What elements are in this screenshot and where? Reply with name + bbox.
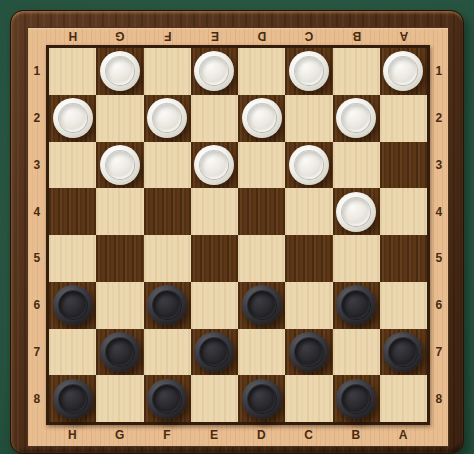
black-man-glyph: ⛂: [147, 379, 187, 419]
checker-black-d8[interactable]: ⛂: [242, 379, 282, 419]
square-e8[interactable]: [191, 375, 238, 422]
white-man-glyph: ⛀: [147, 98, 187, 138]
white-man-glyph: ⛀: [336, 192, 376, 232]
black-man-glyph: ⛂: [336, 379, 376, 419]
square-a6[interactable]: [380, 282, 427, 329]
square-c3[interactable]: ⛀: [285, 142, 332, 189]
square-e4[interactable]: [191, 188, 238, 235]
square-b2[interactable]: ⛀: [333, 95, 380, 142]
white-man-glyph: ⛀: [336, 98, 376, 138]
black-man-glyph: ⛂: [383, 332, 423, 372]
rank-label-left-8: 8: [28, 375, 46, 422]
square-c4[interactable]: [285, 188, 332, 235]
square-c6[interactable]: [285, 282, 332, 329]
white-man-glyph: ⛀: [383, 51, 423, 91]
file-label-top-a: A: [380, 28, 427, 45]
square-h8[interactable]: ⛂: [49, 375, 96, 422]
rank-label-left-7: 7: [28, 329, 46, 376]
white-man-glyph: ⛀: [100, 51, 140, 91]
square-a4[interactable]: [380, 188, 427, 235]
black-man-glyph: ⛂: [289, 332, 329, 372]
square-h5[interactable]: [49, 235, 96, 282]
rank-label-left-3: 3: [28, 142, 46, 189]
file-labels-top: HGFEDCBA: [49, 28, 427, 45]
square-h2[interactable]: ⛀: [49, 95, 96, 142]
square-d2[interactable]: ⛀: [238, 95, 285, 142]
white-man-glyph: ⛀: [289, 51, 329, 91]
black-man-glyph: ⛂: [336, 285, 376, 325]
checker-white-b2[interactable]: ⛀: [336, 98, 376, 138]
square-d4[interactable]: [238, 188, 285, 235]
checker-black-a7[interactable]: ⛂: [383, 332, 423, 372]
square-a3[interactable]: [380, 142, 427, 189]
square-f2[interactable]: ⛀: [144, 95, 191, 142]
black-man-glyph: ⛂: [194, 332, 234, 372]
square-c5[interactable]: [285, 235, 332, 282]
white-man-glyph: ⛀: [194, 145, 234, 185]
square-e6[interactable]: [191, 282, 238, 329]
file-label-top-f: F: [144, 28, 191, 45]
file-label-top-e: E: [191, 28, 238, 45]
square-d6[interactable]: ⛂: [238, 282, 285, 329]
square-g6[interactable]: [96, 282, 143, 329]
square-f6[interactable]: ⛂: [144, 282, 191, 329]
file-label-bottom-b: B: [333, 425, 380, 445]
checker-white-b4[interactable]: ⛀: [336, 192, 376, 232]
checker-black-b8[interactable]: ⛂: [336, 379, 376, 419]
black-man-glyph: ⛂: [147, 285, 187, 325]
black-man-glyph: ⛂: [242, 285, 282, 325]
square-h3[interactable]: [49, 142, 96, 189]
coordinate-band: HGFEDCBA 12345678 12345678 HGFEDCBA ⛀⛀⛀⛀…: [27, 27, 449, 447]
square-g1[interactable]: ⛀: [96, 48, 143, 95]
square-f3[interactable]: [144, 142, 191, 189]
square-e7[interactable]: ⛂: [191, 329, 238, 376]
rank-label-left-5: 5: [28, 235, 46, 282]
rank-label-right-2: 2: [430, 95, 448, 142]
square-a7[interactable]: ⛂: [380, 329, 427, 376]
white-man-glyph: ⛀: [100, 145, 140, 185]
checker-black-c7[interactable]: ⛂: [289, 332, 329, 372]
checker-white-c1[interactable]: ⛀: [289, 51, 329, 91]
white-man-glyph: ⛀: [53, 98, 93, 138]
square-f7[interactable]: [144, 329, 191, 376]
square-a5[interactable]: [380, 235, 427, 282]
checker-white-f2[interactable]: ⛀: [147, 98, 187, 138]
checker-black-h6[interactable]: ⛂: [53, 285, 93, 325]
checker-black-f6[interactable]: ⛂: [147, 285, 187, 325]
square-h7[interactable]: [49, 329, 96, 376]
checker-white-e3[interactable]: ⛀: [194, 145, 234, 185]
file-labels-bottom: HGFEDCBA: [49, 425, 427, 445]
black-man-glyph: ⛂: [100, 332, 140, 372]
square-b3[interactable]: [333, 142, 380, 189]
square-g4[interactable]: [96, 188, 143, 235]
white-man-glyph: ⛀: [289, 145, 329, 185]
square-b6[interactable]: ⛂: [333, 282, 380, 329]
rank-labels-left: 12345678: [28, 48, 46, 422]
checker-white-g3[interactable]: ⛀: [100, 145, 140, 185]
square-h1[interactable]: [49, 48, 96, 95]
checker-black-b6[interactable]: ⛂: [336, 285, 376, 325]
square-e3[interactable]: ⛀: [191, 142, 238, 189]
rank-label-left-6: 6: [28, 282, 46, 329]
square-f8[interactable]: ⛂: [144, 375, 191, 422]
square-c8[interactable]: [285, 375, 332, 422]
square-a8[interactable]: [380, 375, 427, 422]
file-label-bottom-a: A: [380, 425, 427, 445]
square-e1[interactable]: ⛀: [191, 48, 238, 95]
rank-label-left-4: 4: [28, 188, 46, 235]
file-label-bottom-g: G: [96, 425, 143, 445]
rank-label-right-4: 4: [430, 188, 448, 235]
white-man-glyph: ⛀: [242, 98, 282, 138]
file-label-top-h: H: [49, 28, 96, 45]
file-label-top-b: B: [333, 28, 380, 45]
file-label-top-g: G: [96, 28, 143, 45]
checker-black-f8[interactable]: ⛂: [147, 379, 187, 419]
checker-black-d6[interactable]: ⛂: [242, 285, 282, 325]
square-b5[interactable]: [333, 235, 380, 282]
square-f1[interactable]: [144, 48, 191, 95]
square-h4[interactable]: [49, 188, 96, 235]
square-d3[interactable]: [238, 142, 285, 189]
square-a2[interactable]: [380, 95, 427, 142]
white-man-glyph: ⛀: [194, 51, 234, 91]
checker-black-h8[interactable]: ⛂: [53, 379, 93, 419]
square-e2[interactable]: [191, 95, 238, 142]
rank-label-left-1: 1: [28, 48, 46, 95]
file-label-bottom-d: D: [238, 425, 285, 445]
checker-white-h2[interactable]: ⛀: [53, 98, 93, 138]
square-e5[interactable]: [191, 235, 238, 282]
square-c2[interactable]: [285, 95, 332, 142]
square-d5[interactable]: [238, 235, 285, 282]
rank-label-right-8: 8: [430, 375, 448, 422]
square-d7[interactable]: [238, 329, 285, 376]
board-frame: HGFEDCBA 12345678 12345678 HGFEDCBA ⛀⛀⛀⛀…: [10, 10, 464, 454]
square-a1[interactable]: ⛀: [380, 48, 427, 95]
square-g7[interactable]: ⛂: [96, 329, 143, 376]
rank-label-right-6: 6: [430, 282, 448, 329]
checker-white-a1[interactable]: ⛀: [383, 51, 423, 91]
rank-label-right-5: 5: [430, 235, 448, 282]
black-man-glyph: ⛂: [53, 285, 93, 325]
file-label-bottom-f: F: [144, 425, 191, 445]
rank-label-right-1: 1: [430, 48, 448, 95]
rank-labels-right: 12345678: [430, 48, 448, 422]
square-b4[interactable]: ⛀: [333, 188, 380, 235]
square-c7[interactable]: ⛂: [285, 329, 332, 376]
square-b7[interactable]: [333, 329, 380, 376]
square-b1[interactable]: [333, 48, 380, 95]
file-label-bottom-e: E: [191, 425, 238, 445]
square-g3[interactable]: ⛀: [96, 142, 143, 189]
square-g5[interactable]: [96, 235, 143, 282]
black-man-glyph: ⛂: [242, 379, 282, 419]
checker-white-g1[interactable]: ⛀: [100, 51, 140, 91]
checker-white-c3[interactable]: ⛀: [289, 145, 329, 185]
file-label-top-c: C: [285, 28, 332, 45]
square-b8[interactable]: ⛂: [333, 375, 380, 422]
checker-black-e7[interactable]: ⛂: [194, 332, 234, 372]
rank-label-left-2: 2: [28, 95, 46, 142]
square-f5[interactable]: [144, 235, 191, 282]
square-g8[interactable]: [96, 375, 143, 422]
file-label-bottom-h: H: [49, 425, 96, 445]
rank-label-right-7: 7: [430, 329, 448, 376]
square-h6[interactable]: ⛂: [49, 282, 96, 329]
file-label-bottom-c: C: [285, 425, 332, 445]
checker-black-g7[interactable]: ⛂: [100, 332, 140, 372]
square-f4[interactable]: [144, 188, 191, 235]
square-g2[interactable]: [96, 95, 143, 142]
square-d8[interactable]: ⛂: [238, 375, 285, 422]
square-c1[interactable]: ⛀: [285, 48, 332, 95]
checker-white-d2[interactable]: ⛀: [242, 98, 282, 138]
rank-label-right-3: 3: [430, 142, 448, 189]
file-label-top-d: D: [238, 28, 285, 45]
black-man-glyph: ⛂: [53, 379, 93, 419]
square-d1[interactable]: [238, 48, 285, 95]
board: ⛀⛀⛀⛀⛀⛀⛀⛀⛀⛀⛀⛀⛂⛂⛂⛂⛂⛂⛂⛂⛂⛂⛂⛂: [46, 45, 430, 425]
checker-white-e1[interactable]: ⛀: [194, 51, 234, 91]
